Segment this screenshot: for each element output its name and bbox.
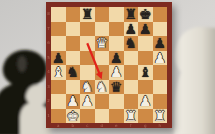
- file-label-a: a: [51, 123, 66, 128]
- square-h1[interactable]: ♜: [153, 109, 168, 124]
- rank-label-5: 5: [46, 51, 51, 66]
- square-f1[interactable]: ♜: [124, 109, 139, 124]
- square-d5[interactable]: [95, 51, 110, 66]
- piece-white-pawn: ♟: [139, 94, 152, 109]
- piece-black-bishop: ♝: [139, 65, 152, 80]
- square-h8[interactable]: [153, 7, 168, 22]
- file-label-g: g: [138, 123, 153, 128]
- piece-white-pawn: ♟: [153, 50, 166, 65]
- square-f3[interactable]: [124, 80, 139, 95]
- piece-white-pawn: ♟: [110, 65, 123, 80]
- piece-black-pawn: ♟: [124, 21, 137, 36]
- piece-black-king: ♚: [139, 7, 152, 22]
- square-d2[interactable]: [95, 94, 110, 109]
- piece-white-king: ♚: [66, 108, 79, 123]
- rank-label-4: 4: [46, 65, 51, 80]
- piece-black-knight: ♞: [124, 36, 137, 51]
- square-c6[interactable]: [80, 36, 95, 51]
- square-e8[interactable]: [109, 7, 124, 22]
- piece-white-rook: ♜: [153, 108, 166, 123]
- square-c8[interactable]: ♜: [80, 7, 95, 22]
- piece-black-queen: ♛: [110, 79, 123, 94]
- rank-label-8: 8: [46, 7, 51, 22]
- board-grid: ♜♜♚♟♟♛♞♟♟♟♟♝♞♟♝♞♞♛♟♟♟♚♜♜: [51, 7, 167, 123]
- square-d1[interactable]: [95, 109, 110, 124]
- piece-black-rook: ♜: [124, 7, 137, 22]
- file-labels: abcdefgh: [51, 123, 167, 128]
- square-c7[interactable]: [80, 22, 95, 37]
- square-f6[interactable]: ♞: [124, 36, 139, 51]
- piece-black-knight: ♞: [66, 65, 79, 80]
- piece-white-rook: ♜: [124, 108, 137, 123]
- square-g6[interactable]: [138, 36, 153, 51]
- square-a7[interactable]: [51, 22, 66, 37]
- file-label-e: e: [109, 123, 124, 128]
- rank-label-1: 1: [46, 109, 51, 124]
- square-a2[interactable]: [51, 94, 66, 109]
- square-b4[interactable]: ♞: [66, 65, 81, 80]
- square-d6[interactable]: ♛: [95, 36, 110, 51]
- square-b8[interactable]: [66, 7, 81, 22]
- file-label-h: h: [153, 123, 168, 128]
- piece-white-knight: ♞: [95, 79, 108, 94]
- square-g4[interactable]: ♝: [138, 65, 153, 80]
- black-king-highlight: [18, 56, 27, 72]
- square-e2[interactable]: [109, 94, 124, 109]
- square-e1[interactable]: [109, 109, 124, 124]
- piece-white-queen: ♛: [95, 36, 108, 51]
- chess-board: ♜♜♚♟♟♛♞♟♟♟♟♝♞♟♝♞♞♛♟♟♟♚♜♜ 87654321 abcdef…: [46, 2, 172, 128]
- square-b6[interactable]: [66, 36, 81, 51]
- square-h5[interactable]: ♟: [153, 51, 168, 66]
- square-c5[interactable]: [80, 51, 95, 66]
- rank-labels: 87654321: [46, 7, 51, 123]
- piece-white-knight: ♞: [81, 79, 94, 94]
- square-d3[interactable]: ♞: [95, 80, 110, 95]
- square-h4[interactable]: [153, 65, 168, 80]
- file-label-c: c: [80, 123, 95, 128]
- square-a8[interactable]: [51, 7, 66, 22]
- square-a4[interactable]: ♝: [51, 65, 66, 80]
- square-a1[interactable]: [51, 109, 66, 124]
- piece-white-pawn: ♟: [81, 94, 94, 109]
- chess-lesson-scene: ♜♜♚♟♟♛♞♟♟♟♟♝♞♟♝♞♞♛♟♟♟♚♜♜ 87654321 abcdef…: [0, 0, 215, 134]
- rank-label-7: 7: [46, 22, 51, 37]
- piece-black-pawn: ♟: [52, 50, 65, 65]
- square-c1[interactable]: [80, 109, 95, 124]
- square-f4[interactable]: [124, 65, 139, 80]
- square-g2[interactable]: ♟: [138, 94, 153, 109]
- piece-black-rook: ♜: [81, 7, 94, 22]
- square-g7[interactable]: ♟: [138, 22, 153, 37]
- rank-label-3: 3: [46, 80, 51, 95]
- rank-label-2: 2: [46, 94, 51, 109]
- square-b1[interactable]: ♚: [66, 109, 81, 124]
- piece-white-pawn: ♟: [66, 94, 79, 109]
- rank-label-6: 6: [46, 36, 51, 51]
- square-f5[interactable]: [124, 51, 139, 66]
- square-h3[interactable]: [153, 80, 168, 95]
- piece-black-pawn: ♟: [110, 50, 123, 65]
- square-e3[interactable]: ♛: [109, 80, 124, 95]
- file-label-b: b: [66, 123, 81, 128]
- square-a3[interactable]: [51, 80, 66, 95]
- square-c2[interactable]: ♟: [80, 94, 95, 109]
- square-d8[interactable]: [95, 7, 110, 22]
- piece-black-pawn: ♟: [139, 21, 152, 36]
- piece-white-bishop: ♝: [52, 65, 65, 80]
- square-b7[interactable]: [66, 22, 81, 37]
- file-label-f: f: [124, 123, 139, 128]
- piece-black-pawn: ♟: [153, 36, 166, 51]
- background-white-piece-photo: [174, 27, 215, 134]
- square-g1[interactable]: [138, 109, 153, 124]
- square-e7[interactable]: [109, 22, 124, 37]
- file-label-d: d: [95, 123, 110, 128]
